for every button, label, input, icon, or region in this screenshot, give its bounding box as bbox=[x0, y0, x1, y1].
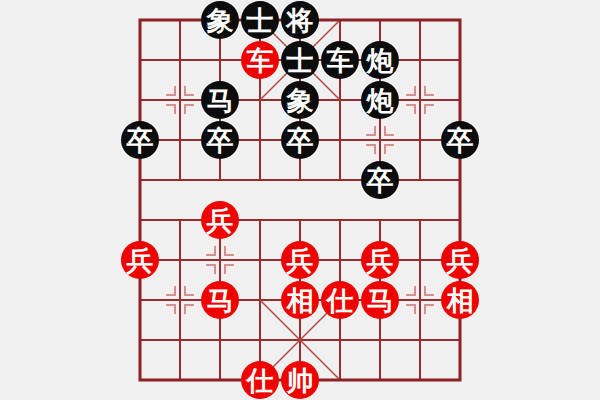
board-point-8-3: 卒 bbox=[440, 120, 480, 160]
piece-black-advisor[interactable]: 士 bbox=[241, 1, 279, 39]
board-point-5-7: 仕 bbox=[320, 280, 360, 320]
piece-black-elephant[interactable]: 象 bbox=[201, 1, 239, 39]
board-point-8-6: 兵 bbox=[440, 240, 480, 280]
board-point-4-1: 士 bbox=[280, 40, 320, 80]
board-point-5-1: 车 bbox=[320, 40, 360, 80]
piece-black-elephant[interactable]: 象 bbox=[281, 81, 319, 119]
piece-black-soldier[interactable]: 卒 bbox=[441, 121, 479, 159]
piece-black-soldier[interactable]: 卒 bbox=[361, 161, 399, 199]
board-point-3-0: 士 bbox=[240, 0, 280, 40]
xiangqi-board[interactable]: 象士将车士车炮马象炮卒卒卒卒卒兵兵兵兵兵马相仕马相仕帅 bbox=[120, 0, 480, 400]
board-point-3-9: 仕 bbox=[240, 360, 280, 400]
board-point-4-9: 帅 bbox=[280, 360, 320, 400]
piece-red-general[interactable]: 帅 bbox=[281, 361, 319, 399]
piece-black-soldier[interactable]: 卒 bbox=[121, 121, 159, 159]
piece-red-advisor[interactable]: 仕 bbox=[241, 361, 279, 399]
piece-red-chariot[interactable]: 车 bbox=[241, 41, 279, 79]
piece-red-elephant[interactable]: 相 bbox=[441, 281, 479, 319]
piece-black-soldier[interactable]: 卒 bbox=[281, 121, 319, 159]
piece-red-soldier[interactable]: 兵 bbox=[281, 241, 319, 279]
piece-black-advisor[interactable]: 士 bbox=[281, 41, 319, 79]
board-point-6-1: 炮 bbox=[360, 40, 400, 80]
piece-red-elephant[interactable]: 相 bbox=[281, 281, 319, 319]
piece-red-soldier[interactable]: 兵 bbox=[201, 201, 239, 239]
board-point-0-6: 兵 bbox=[120, 240, 160, 280]
piece-black-cannon[interactable]: 炮 bbox=[361, 81, 399, 119]
board-point-8-7: 相 bbox=[440, 280, 480, 320]
piece-black-general[interactable]: 将 bbox=[281, 1, 319, 39]
board-point-2-0: 象 bbox=[200, 0, 240, 40]
piece-black-cannon[interactable]: 炮 bbox=[361, 41, 399, 79]
piece-red-soldier[interactable]: 兵 bbox=[361, 241, 399, 279]
piece-black-horse[interactable]: 马 bbox=[201, 81, 239, 119]
board-point-3-1: 车 bbox=[240, 40, 280, 80]
board-point-6-6: 兵 bbox=[360, 240, 400, 280]
board-point-2-2: 马 bbox=[200, 80, 240, 120]
board-point-4-2: 象 bbox=[280, 80, 320, 120]
board-point-2-7: 马 bbox=[200, 280, 240, 320]
board-point-4-3: 卒 bbox=[280, 120, 320, 160]
board-point-4-7: 相 bbox=[280, 280, 320, 320]
piece-red-soldier[interactable]: 兵 bbox=[441, 241, 479, 279]
board-point-6-4: 卒 bbox=[360, 160, 400, 200]
piece-red-horse[interactable]: 马 bbox=[201, 281, 239, 319]
board-point-2-5: 兵 bbox=[200, 200, 240, 240]
board-point-4-0: 将 bbox=[280, 0, 320, 40]
piece-red-horse[interactable]: 马 bbox=[361, 281, 399, 319]
piece-red-advisor[interactable]: 仕 bbox=[321, 281, 359, 319]
piece-red-soldier[interactable]: 兵 bbox=[121, 241, 159, 279]
board-point-6-2: 炮 bbox=[360, 80, 400, 120]
board-point-2-3: 卒 bbox=[200, 120, 240, 160]
piece-black-soldier[interactable]: 卒 bbox=[201, 121, 239, 159]
board-point-0-3: 卒 bbox=[120, 120, 160, 160]
board-point-4-6: 兵 bbox=[280, 240, 320, 280]
piece-black-chariot[interactable]: 车 bbox=[321, 41, 359, 79]
board-point-6-7: 马 bbox=[360, 280, 400, 320]
xiangqi-game-screen: 象士将车士车炮马象炮卒卒卒卒卒兵兵兵兵兵马相仕马相仕帅 bbox=[0, 0, 600, 400]
